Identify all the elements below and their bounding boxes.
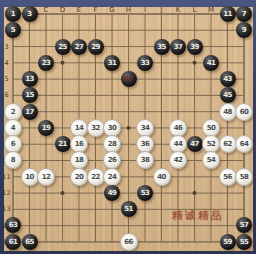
intersection-N2[interactable] (219, 22, 236, 38)
intersection-D14[interactable] (54, 217, 71, 233)
stone-black-7[interactable]: 7 (236, 6, 252, 22)
intersection-L9[interactable]: 47 (186, 136, 203, 152)
intersection-E6[interactable] (71, 87, 88, 103)
intersection-G7[interactable] (104, 103, 121, 119)
stone-white-24[interactable]: 24 (103, 168, 121, 186)
intersection-J7[interactable] (153, 103, 170, 119)
intersection-I10[interactable]: 38 (137, 152, 154, 168)
intersection-K3[interactable]: 37 (170, 38, 187, 54)
intersection-B8[interactable] (21, 120, 38, 136)
stone-black-21[interactable]: 21 (55, 136, 71, 152)
intersection-L7[interactable] (186, 103, 203, 119)
stone-black-27[interactable]: 27 (71, 39, 87, 55)
intersection-J3[interactable]: 35 (153, 38, 170, 54)
intersection-J15[interactable] (153, 234, 170, 250)
stone-white-38[interactable]: 38 (136, 151, 154, 169)
stone-black-23[interactable]: 23 (38, 55, 54, 71)
intersection-C6[interactable] (38, 87, 55, 103)
intersection-O9[interactable]: 64 (236, 136, 253, 152)
stone-white-40[interactable]: 40 (153, 168, 171, 186)
intersection-D6[interactable] (54, 87, 71, 103)
intersection-N6[interactable]: 45 (219, 87, 236, 103)
stone-black-63[interactable]: 63 (5, 217, 21, 233)
intersection-F10[interactable] (87, 152, 104, 168)
stone-black-9[interactable]: 9 (236, 22, 252, 38)
intersection-D10[interactable] (54, 152, 71, 168)
intersection-N3[interactable] (219, 38, 236, 54)
stone-white-58[interactable]: 58 (235, 168, 253, 186)
stone-black-19[interactable]: 19 (38, 120, 54, 136)
intersection-K15[interactable] (170, 234, 187, 250)
intersection-I9[interactable]: 36 (137, 136, 154, 152)
intersection-D5[interactable] (54, 71, 71, 87)
intersection-O11[interactable]: 58 (236, 169, 253, 185)
intersection-M11[interactable] (203, 169, 220, 185)
stone-white-12[interactable]: 12 (37, 168, 55, 186)
stone-white-8[interactable]: 8 (4, 151, 22, 169)
intersection-G10[interactable]: 26 (104, 152, 121, 168)
intersection-F5[interactable] (87, 71, 104, 87)
intersection-E14[interactable] (71, 217, 88, 233)
intersection-E11[interactable]: 20 (71, 169, 88, 185)
go-app-window: ABCDEFGHIJKLMNO123456789101112131415 131… (0, 0, 256, 254)
intersection-C9[interactable] (38, 136, 55, 152)
intersection-M6[interactable] (203, 87, 220, 103)
intersection-B13[interactable] (21, 201, 38, 217)
stone-white-20[interactable]: 20 (70, 168, 88, 186)
intersection-C1[interactable] (38, 6, 55, 22)
intersection-N12[interactable] (219, 185, 236, 201)
intersection-D12[interactable] (54, 185, 71, 201)
intersection-G3[interactable] (104, 38, 121, 54)
watermark: 精诚精品 (172, 209, 224, 223)
stone-black-61[interactable]: 61 (5, 234, 21, 250)
intersection-H8[interactable] (120, 120, 137, 136)
intersection-L12[interactable] (186, 185, 203, 201)
intersection-G15[interactable] (104, 234, 121, 250)
intersection-O6[interactable] (236, 87, 253, 103)
stone-black-11[interactable]: 11 (220, 6, 236, 22)
intersection-G4[interactable]: 31 (104, 55, 121, 71)
intersection-H11[interactable] (120, 169, 137, 185)
intersection-C11[interactable]: 12 (38, 169, 55, 185)
intersection-M1[interactable] (203, 6, 220, 22)
intersection-D13[interactable] (54, 201, 71, 217)
intersection-J9[interactable] (153, 136, 170, 152)
intersection-O2[interactable]: 9 (236, 22, 253, 38)
intersection-H9[interactable] (120, 136, 137, 152)
intersection-C12[interactable] (38, 185, 55, 201)
intersection-K8[interactable]: 46 (170, 120, 187, 136)
intersection-J12[interactable] (153, 185, 170, 201)
intersection-H1[interactable] (120, 6, 137, 22)
intersection-F2[interactable] (87, 22, 104, 38)
intersection-A14[interactable]: 63 (5, 217, 22, 233)
stone-black-3[interactable]: 3 (22, 6, 38, 22)
intersection-K11[interactable] (170, 169, 187, 185)
stone-black-31[interactable]: 31 (104, 55, 120, 71)
stone-black-45[interactable]: 45 (220, 87, 236, 103)
stone-black-53[interactable]: 53 (137, 185, 153, 201)
intersection-E13[interactable] (71, 201, 88, 217)
stone-black-43[interactable]: 43 (220, 71, 236, 87)
intersection-D9[interactable]: 21 (54, 136, 71, 152)
intersection-F6[interactable] (87, 87, 104, 103)
intersection-F3[interactable]: 29 (87, 38, 104, 54)
intersection-G12[interactable]: 49 (104, 185, 121, 201)
intersection-H7[interactable] (120, 103, 137, 119)
intersection-H2[interactable] (120, 22, 137, 38)
intersection-B7[interactable]: 17 (21, 103, 38, 119)
intersection-B9[interactable] (21, 136, 38, 152)
intersection-F1[interactable] (87, 6, 104, 22)
intersection-A5[interactable] (5, 71, 22, 87)
stone-black-47[interactable]: 47 (187, 136, 203, 152)
stone-white-60[interactable]: 60 (235, 103, 253, 121)
stone-black-35[interactable]: 35 (154, 39, 170, 55)
intersection-F9[interactable] (87, 136, 104, 152)
intersection-A12[interactable] (5, 185, 22, 201)
intersection-E4[interactable] (71, 55, 88, 71)
intersection-D15[interactable] (54, 234, 71, 250)
intersection-G13[interactable] (104, 201, 121, 217)
intersection-L15[interactable] (186, 234, 203, 250)
intersection-H14[interactable] (120, 217, 137, 233)
intersection-E5[interactable] (71, 71, 88, 87)
intersection-K12[interactable] (170, 185, 187, 201)
intersection-L5[interactable] (186, 71, 203, 87)
intersection-J11[interactable]: 40 (153, 169, 170, 185)
intersection-F12[interactable] (87, 185, 104, 201)
intersection-L6[interactable] (186, 87, 203, 103)
intersection-B2[interactable] (21, 22, 38, 38)
intersection-O5[interactable] (236, 71, 253, 87)
intersection-H15[interactable]: 66 (120, 234, 137, 250)
intersection-K6[interactable] (170, 87, 187, 103)
intersection-K2[interactable] (170, 22, 187, 38)
stone-black-17[interactable]: 17 (22, 104, 38, 120)
intersection-A3[interactable] (5, 38, 22, 54)
intersection-J6[interactable] (153, 87, 170, 103)
intersection-M10[interactable]: 54 (203, 152, 220, 168)
stone-white-62[interactable]: 62 (219, 135, 237, 153)
intersection-C8[interactable]: 19 (38, 120, 55, 136)
intersection-K10[interactable]: 42 (170, 152, 187, 168)
intersection-E3[interactable]: 27 (71, 38, 88, 54)
stone-white-32[interactable]: 32 (87, 119, 105, 137)
stone-black-37[interactable]: 37 (170, 39, 186, 55)
intersection-J4[interactable] (153, 55, 170, 71)
stone-black-1[interactable]: 1 (5, 6, 21, 22)
intersection-O4[interactable] (236, 55, 253, 71)
intersection-F8[interactable]: 32 (87, 120, 104, 136)
intersection-I8[interactable]: 34 (137, 120, 154, 136)
intersection-M3[interactable] (203, 38, 220, 54)
intersection-L11[interactable] (186, 169, 203, 185)
intersection-G14[interactable] (104, 217, 121, 233)
intersection-N5[interactable]: 43 (219, 71, 236, 87)
intersection-I1[interactable] (137, 6, 154, 22)
intersection-H6[interactable] (120, 87, 137, 103)
intersection-C2[interactable] (38, 22, 55, 38)
stone-white-22[interactable]: 22 (87, 168, 105, 186)
stone-white-10[interactable]: 10 (21, 168, 39, 186)
intersection-B10[interactable] (21, 152, 38, 168)
intersection-E10[interactable]: 18 (71, 152, 88, 168)
intersection-A2[interactable]: 5 (5, 22, 22, 38)
intersection-A15[interactable]: 61 (5, 234, 22, 250)
intersection-O3[interactable] (236, 38, 253, 54)
intersection-G11[interactable]: 24 (104, 169, 121, 185)
intersection-C14[interactable] (38, 217, 55, 233)
intersection-O13[interactable] (236, 201, 253, 217)
intersection-D4[interactable] (54, 55, 71, 71)
intersection-I12[interactable]: 53 (137, 185, 154, 201)
intersection-B4[interactable] (21, 55, 38, 71)
stone-white-56[interactable]: 56 (219, 168, 237, 186)
intersection-I2[interactable] (137, 22, 154, 38)
intersection-D3[interactable]: 25 (54, 38, 71, 54)
intersection-M15[interactable] (203, 234, 220, 250)
stone-white-64[interactable]: 64 (235, 135, 253, 153)
intersection-G9[interactable]: 28 (104, 136, 121, 152)
stone-black-49[interactable]: 49 (104, 185, 120, 201)
intersection-F14[interactable] (87, 217, 104, 233)
intersection-J5[interactable] (153, 71, 170, 87)
intersection-J13[interactable] (153, 201, 170, 217)
intersection-F11[interactable]: 22 (87, 169, 104, 185)
intersection-I6[interactable] (137, 87, 154, 103)
intersection-H12[interactable] (120, 185, 137, 201)
intersection-B14[interactable] (21, 217, 38, 233)
stone-black-51[interactable]: 51 (121, 201, 137, 217)
intersection-A7[interactable]: 2 (5, 103, 22, 119)
intersection-I7[interactable] (137, 103, 154, 119)
intersection-D7[interactable] (54, 103, 71, 119)
intersection-N10[interactable] (219, 152, 236, 168)
stone-black-39[interactable]: 39 (187, 39, 203, 55)
intersection-I3[interactable] (137, 38, 154, 54)
intersection-J8[interactable] (153, 120, 170, 136)
intersection-B5[interactable]: 13 (21, 71, 38, 87)
intersection-A8[interactable]: 4 (5, 120, 22, 136)
intersection-I5[interactable] (137, 71, 154, 87)
intersection-L10[interactable] (186, 152, 203, 168)
intersection-G5[interactable] (104, 71, 121, 87)
intersection-K5[interactable] (170, 71, 187, 87)
intersection-D2[interactable] (54, 22, 71, 38)
intersection-A9[interactable]: 6 (5, 136, 22, 152)
stone-white-48[interactable]: 48 (219, 103, 237, 121)
intersection-H5[interactable]: 67 (120, 71, 137, 87)
stone-white-66[interactable]: 66 (120, 233, 138, 251)
intersection-I11[interactable] (137, 169, 154, 185)
intersection-C7[interactable] (38, 103, 55, 119)
intersection-I14[interactable] (137, 217, 154, 233)
intersection-F7[interactable] (87, 103, 104, 119)
stone-black-25[interactable]: 25 (55, 39, 71, 55)
intersection-M12[interactable] (203, 185, 220, 201)
intersection-O15[interactable]: 55 (236, 234, 253, 250)
intersection-E2[interactable] (71, 22, 88, 38)
intersection-E8[interactable]: 14 (71, 120, 88, 136)
stone-black-41[interactable]: 41 (203, 55, 219, 71)
intersection-H13[interactable]: 51 (120, 201, 137, 217)
intersection-O14[interactable]: 57 (236, 217, 253, 233)
intersection-E7[interactable] (71, 103, 88, 119)
intersection-H4[interactable] (120, 55, 137, 71)
intersection-N8[interactable] (219, 120, 236, 136)
intersection-E9[interactable]: 16 (71, 136, 88, 152)
stone-black-65[interactable]: 65 (22, 234, 38, 250)
intersection-A1[interactable]: 1 (5, 6, 22, 22)
intersection-C10[interactable] (38, 152, 55, 168)
intersection-E15[interactable] (71, 234, 88, 250)
intersection-I13[interactable] (137, 201, 154, 217)
intersection-L2[interactable] (186, 22, 203, 38)
stone-black-57[interactable]: 57 (236, 217, 252, 233)
intersection-J2[interactable] (153, 22, 170, 38)
intersection-O7[interactable]: 60 (236, 103, 253, 119)
intersection-K4[interactable] (170, 55, 187, 71)
stone-black-5[interactable]: 5 (5, 22, 21, 38)
intersection-G1[interactable] (104, 6, 121, 22)
intersection-N11[interactable]: 56 (219, 169, 236, 185)
intersection-D8[interactable] (54, 120, 71, 136)
intersection-F4[interactable] (87, 55, 104, 71)
intersection-G6[interactable] (104, 87, 121, 103)
intersection-C4[interactable]: 23 (38, 55, 55, 71)
intersection-M7[interactable] (203, 103, 220, 119)
intersection-F13[interactable] (87, 201, 104, 217)
intersection-B3[interactable] (21, 38, 38, 54)
intersection-A13[interactable] (5, 201, 22, 217)
intersection-M9[interactable]: 52 (203, 136, 220, 152)
intersection-G2[interactable] (104, 22, 121, 38)
intersection-K9[interactable]: 44 (170, 136, 187, 152)
intersection-M8[interactable]: 50 (203, 120, 220, 136)
intersection-C13[interactable] (38, 201, 55, 217)
intersection-O1[interactable]: 7 (236, 6, 253, 22)
intersection-G8[interactable]: 30 (104, 120, 121, 136)
intersection-H10[interactable] (120, 152, 137, 168)
intersection-N4[interactable] (219, 55, 236, 71)
stone-black-55[interactable]: 55 (236, 234, 252, 250)
intersection-A11[interactable] (5, 169, 22, 185)
intersection-B15[interactable]: 65 (21, 234, 38, 250)
intersection-E12[interactable] (71, 185, 88, 201)
intersection-H3[interactable] (120, 38, 137, 54)
intersection-O12[interactable] (236, 185, 253, 201)
intersection-A6[interactable] (5, 87, 22, 103)
intersection-M4[interactable]: 41 (203, 55, 220, 71)
intersection-M5[interactable] (203, 71, 220, 87)
intersection-J10[interactable] (153, 152, 170, 168)
intersection-N7[interactable]: 48 (219, 103, 236, 119)
intersection-B11[interactable]: 10 (21, 169, 38, 185)
intersection-I15[interactable] (137, 234, 154, 250)
stone-black-67[interactable]: 67 (121, 71, 137, 87)
intersection-F15[interactable] (87, 234, 104, 250)
intersection-J14[interactable] (153, 217, 170, 233)
intersection-A10[interactable]: 8 (5, 152, 22, 168)
intersection-E1[interactable] (71, 6, 88, 22)
intersection-N9[interactable]: 62 (219, 136, 236, 152)
intersection-L3[interactable]: 39 (186, 38, 203, 54)
intersection-M2[interactable] (203, 22, 220, 38)
intersection-K7[interactable] (170, 103, 187, 119)
stone-black-33[interactable]: 33 (137, 55, 153, 71)
intersection-B12[interactable] (21, 185, 38, 201)
stone-white-54[interactable]: 54 (202, 151, 220, 169)
intersection-N1[interactable]: 11 (219, 6, 236, 22)
intersection-C3[interactable] (38, 38, 55, 54)
intersection-L1[interactable] (186, 6, 203, 22)
stone-black-13[interactable]: 13 (22, 71, 38, 87)
intersection-B1[interactable]: 3 (21, 6, 38, 22)
intersection-K1[interactable] (170, 6, 187, 22)
intersection-J1[interactable] (153, 6, 170, 22)
intersection-L4[interactable] (186, 55, 203, 71)
stone-black-15[interactable]: 15 (22, 87, 38, 103)
intersection-D11[interactable] (54, 169, 71, 185)
intersection-O8[interactable] (236, 120, 253, 136)
intersection-D1[interactable] (54, 6, 71, 22)
stone-black-59[interactable]: 59 (220, 234, 236, 250)
stone-white-42[interactable]: 42 (169, 151, 187, 169)
intersection-C5[interactable] (38, 71, 55, 87)
intersection-C15[interactable] (38, 234, 55, 250)
intersection-N15[interactable]: 59 (219, 234, 236, 250)
stone-black-29[interactable]: 29 (88, 39, 104, 55)
intersection-O10[interactable] (236, 152, 253, 168)
intersection-B6[interactable]: 15 (21, 87, 38, 103)
intersection-I4[interactable]: 33 (137, 55, 154, 71)
intersection-L8[interactable] (186, 120, 203, 136)
intersection-A4[interactable] (5, 55, 22, 71)
